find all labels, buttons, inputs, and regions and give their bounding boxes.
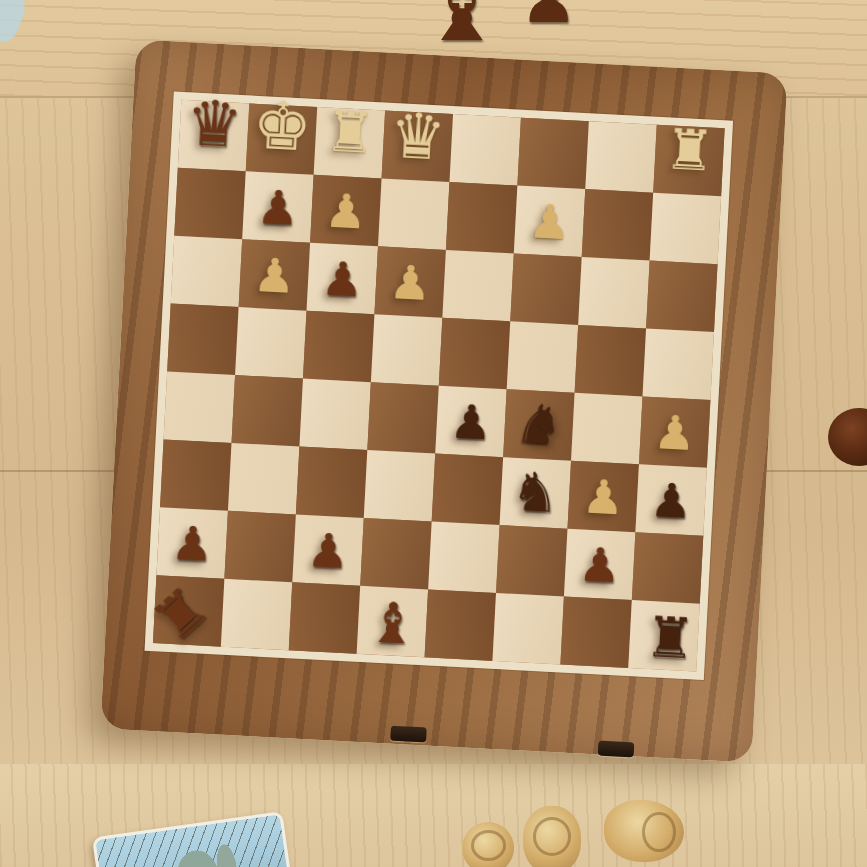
square-f4[interactable]: ♞ [503,389,574,460]
square-b2[interactable] [224,511,295,582]
square-h5[interactable] [643,328,714,399]
dark-queen-a8[interactable]: ♛ [184,91,244,157]
square-b7[interactable]: ♟ [242,171,313,242]
square-d7[interactable] [378,178,449,249]
light-pawn-c7[interactable]: ♟ [324,186,369,235]
square-a6[interactable] [171,236,242,307]
piece-top-ring [642,812,675,852]
table-surface: { "game": "chess", "scene": "overhead ph… [0,0,867,867]
dark-pawn-h3[interactable]: ♟ [649,475,694,524]
dark-knight-f4[interactable]: ♞ [513,397,564,453]
light-rook-c8[interactable]: ♜ [323,103,376,162]
square-a2[interactable]: ♟ [156,507,227,578]
piece-top-ring [471,830,506,861]
chess-board[interactable]: ♛♚♜♛♜♟♟♟♟♟♟♟♞♟♞♟♟♟♟♟♜♝♜ [153,100,725,672]
square-g8[interactable] [585,121,656,192]
square-f6[interactable] [510,253,581,324]
square-h8[interactable]: ♜ [653,125,724,196]
offboard-light-piece-knight[interactable] [604,800,684,862]
square-f3[interactable]: ♞ [500,457,571,528]
square-a8[interactable]: ♛ [178,100,249,171]
square-g5[interactable] [575,325,646,396]
dark-bishop-d1[interactable]: ♝ [366,594,419,653]
square-g1[interactable] [560,597,631,668]
square-h6[interactable] [646,261,717,332]
dark-rook-a1[interactable]: ♜ [143,577,218,652]
square-g2[interactable]: ♟ [564,529,635,600]
light-king-b8[interactable]: ♚ [251,93,314,162]
square-c1[interactable] [289,582,360,653]
square-c4[interactable] [299,379,370,450]
square-h1[interactable]: ♜ [628,600,699,671]
dark-pawn-a2[interactable]: ♟ [170,518,215,567]
square-a4[interactable] [164,371,235,442]
square-d6[interactable]: ♟ [374,246,445,317]
square-c6[interactable]: ♟ [307,243,378,314]
square-g7[interactable] [582,189,653,260]
square-c2[interactable]: ♟ [292,514,363,585]
offboard-light-piece-2[interactable] [523,806,581,867]
square-a7[interactable] [174,168,245,239]
square-d2[interactable] [360,518,431,589]
light-pawn-b6[interactable]: ♟ [252,250,297,299]
square-d3[interactable] [364,450,435,521]
square-a1[interactable]: ♜ [153,575,224,646]
square-e2[interactable] [428,522,499,593]
square-c5[interactable] [303,311,374,382]
light-pawn-g3[interactable]: ♟ [581,472,626,521]
light-pawn-d6[interactable]: ♟ [388,257,433,306]
hinge-icon [390,726,427,743]
square-g3[interactable]: ♟ [567,461,638,532]
square-d8[interactable]: ♛ [382,111,453,182]
dark-pawn-g2[interactable]: ♟ [577,540,622,589]
piece-top-ring [533,817,571,856]
hinge-icon [598,741,635,758]
board-border: ♛♚♜♛♜♟♟♟♟♟♟♟♞♟♞♟♟♟♟♟♜♝♜ [145,91,734,680]
light-rook-h8[interactable]: ♜ [663,121,716,180]
square-a3[interactable] [160,439,231,510]
dark-pawn-c6[interactable]: ♟ [320,254,365,303]
square-c3[interactable] [296,446,367,517]
dark-pawn-e4[interactable]: ♟ [449,397,494,446]
square-f7[interactable]: ♟ [514,186,585,257]
square-d1[interactable]: ♝ [357,586,428,657]
square-b5[interactable] [235,307,306,378]
square-c8[interactable]: ♜ [314,107,385,178]
square-e7[interactable] [446,182,517,253]
square-e4[interactable]: ♟ [435,386,506,457]
offboard-dark-piece-right[interactable] [828,408,867,466]
square-b3[interactable] [228,443,299,514]
square-h7[interactable] [650,193,721,264]
dark-rook-h1[interactable]: ♜ [643,609,696,668]
light-pawn-h4[interactable]: ♟ [652,408,697,457]
offboard-dark-piece-top-2[interactable]: ♟ [520,0,577,32]
chess-board-frame: ♛♚♜♛♜♟♟♟♟♟♟♟♞♟♞♟♟♟♟♟♜♝♜ [100,39,787,762]
square-h3[interactable]: ♟ [635,464,706,535]
offboard-light-piece-1[interactable] [462,822,514,867]
square-f8[interactable] [517,118,588,189]
square-e8[interactable] [449,114,520,185]
square-h4[interactable]: ♟ [639,396,710,467]
light-pawn-f7[interactable]: ♟ [527,197,572,246]
square-b6[interactable]: ♟ [239,239,310,310]
square-f2[interactable] [496,525,567,596]
dark-pawn-c2[interactable]: ♟ [306,526,351,575]
square-g4[interactable] [571,393,642,464]
square-h2[interactable] [632,532,703,603]
square-f5[interactable] [507,321,578,392]
dark-knight-f3[interactable]: ♞ [510,465,561,521]
light-queen-d8[interactable]: ♛ [388,103,448,169]
square-d5[interactable] [371,314,442,385]
square-e6[interactable] [442,250,513,321]
dark-pawn-b7[interactable]: ♟ [256,182,301,231]
square-b4[interactable] [232,375,303,446]
square-g6[interactable] [578,257,649,328]
offboard-dark-piece-top-1[interactable]: ♝ [422,0,501,54]
square-c7[interactable]: ♟ [310,175,381,246]
square-d4[interactable] [367,382,438,453]
square-e1[interactable] [425,589,496,660]
square-b8[interactable]: ♚ [246,103,317,174]
square-f1[interactable] [492,593,563,664]
square-e5[interactable] [439,318,510,389]
square-a5[interactable] [167,304,238,375]
square-b1[interactable] [221,579,292,650]
square-e3[interactable] [432,454,503,525]
